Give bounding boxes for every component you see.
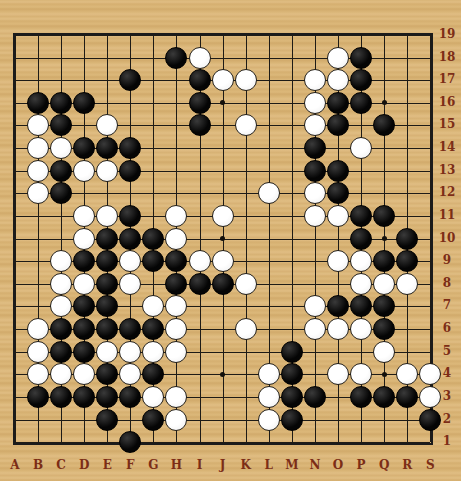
column-label-R: R [396, 458, 418, 472]
white-stone-B6 [27, 318, 49, 340]
column-label-A: A [4, 458, 26, 472]
white-stone-E13 [96, 160, 118, 182]
row-label-1: 1 [433, 434, 461, 448]
white-stone-B14 [27, 137, 49, 159]
white-stone-O17 [327, 69, 349, 91]
row-label-2: 2 [433, 412, 461, 426]
row-label-12: 12 [433, 185, 461, 199]
column-label-O: O [327, 458, 349, 472]
white-stone-B5 [27, 341, 49, 363]
white-stone-O9 [327, 250, 349, 272]
white-stone-I18 [189, 47, 211, 69]
white-stone-K17 [235, 69, 257, 91]
black-stone-H18 [165, 47, 187, 69]
white-stone-N11 [304, 205, 326, 227]
white-stone-J11 [212, 205, 234, 227]
white-stone-D11 [73, 205, 95, 227]
row-label-4: 4 [433, 366, 461, 380]
row-label-18: 18 [433, 50, 461, 64]
black-stone-P10 [350, 228, 372, 250]
star-point [382, 236, 387, 241]
black-stone-Q11 [373, 205, 395, 227]
white-stone-H2 [165, 409, 187, 431]
column-label-E: E [96, 458, 118, 472]
black-stone-B16 [27, 92, 49, 114]
white-stone-N16 [304, 92, 326, 114]
white-stone-E5 [96, 341, 118, 363]
row-label-3: 3 [433, 389, 461, 403]
column-label-H: H [165, 458, 187, 472]
black-stone-C16 [50, 92, 72, 114]
white-stone-K8 [235, 273, 257, 295]
white-stone-Q8 [373, 273, 395, 295]
white-stone-B13 [27, 160, 49, 182]
row-label-6: 6 [433, 321, 461, 335]
white-stone-O11 [327, 205, 349, 227]
white-stone-D10 [73, 228, 95, 250]
row-label-14: 14 [433, 140, 461, 154]
black-stone-P3 [350, 386, 372, 408]
row-label-10: 10 [433, 231, 461, 245]
black-stone-J8 [212, 273, 234, 295]
go-board[interactable]: ABCDEFGHIJKLMNOPQRS191817161514131211109… [0, 0, 461, 481]
black-stone-P11 [350, 205, 372, 227]
black-stone-O16 [327, 92, 349, 114]
black-stone-F10 [119, 228, 141, 250]
white-stone-Q5 [373, 341, 395, 363]
row-label-15: 15 [433, 117, 461, 131]
white-stone-F5 [119, 341, 141, 363]
white-stone-N17 [304, 69, 326, 91]
column-label-N: N [304, 458, 326, 472]
black-stone-I15 [189, 114, 211, 136]
white-stone-L2 [258, 409, 280, 431]
white-stone-G5 [142, 341, 164, 363]
black-stone-E2 [96, 409, 118, 431]
column-label-S: S [419, 458, 441, 472]
star-point [382, 372, 387, 377]
white-stone-O6 [327, 318, 349, 340]
black-stone-P16 [350, 92, 372, 114]
black-stone-I8 [189, 273, 211, 295]
black-stone-F1 [119, 431, 141, 453]
black-stone-M4 [281, 363, 303, 385]
row-label-11: 11 [433, 208, 461, 222]
white-stone-K15 [235, 114, 257, 136]
white-stone-D13 [73, 160, 95, 182]
black-stone-E10 [96, 228, 118, 250]
row-label-9: 9 [433, 253, 461, 267]
white-stone-C8 [50, 273, 72, 295]
white-stone-J9 [212, 250, 234, 272]
black-stone-I17 [189, 69, 211, 91]
column-label-J: J [212, 458, 234, 472]
star-point [382, 100, 387, 105]
black-stone-M3 [281, 386, 303, 408]
black-stone-E8 [96, 273, 118, 295]
white-stone-H10 [165, 228, 187, 250]
white-stone-D8 [73, 273, 95, 295]
column-label-D: D [73, 458, 95, 472]
white-stone-K6 [235, 318, 257, 340]
row-label-17: 17 [433, 72, 461, 86]
black-stone-C3 [50, 386, 72, 408]
black-stone-N3 [304, 386, 326, 408]
black-stone-R10 [396, 228, 418, 250]
column-label-G: G [142, 458, 164, 472]
black-stone-I16 [189, 92, 211, 114]
white-stone-P14 [350, 137, 372, 159]
column-label-M: M [281, 458, 303, 472]
column-label-P: P [350, 458, 372, 472]
black-stone-O13 [327, 160, 349, 182]
black-stone-G2 [142, 409, 164, 431]
black-stone-N13 [304, 160, 326, 182]
white-stone-I9 [189, 250, 211, 272]
column-label-B: B [27, 458, 49, 472]
black-stone-B3 [27, 386, 49, 408]
row-label-19: 19 [433, 27, 461, 41]
black-stone-M5 [281, 341, 303, 363]
row-label-8: 8 [433, 276, 461, 290]
column-label-L: L [258, 458, 280, 472]
row-label-13: 13 [433, 163, 461, 177]
black-stone-R3 [396, 386, 418, 408]
black-stone-G10 [142, 228, 164, 250]
black-stone-D3 [73, 386, 95, 408]
column-label-K: K [235, 458, 257, 472]
white-stone-L3 [258, 386, 280, 408]
black-stone-P18 [350, 47, 372, 69]
column-label-C: C [50, 458, 72, 472]
white-stone-P6 [350, 318, 372, 340]
white-stone-J17 [212, 69, 234, 91]
white-stone-L12 [258, 182, 280, 204]
black-stone-C5 [50, 341, 72, 363]
column-label-F: F [119, 458, 141, 472]
black-stone-N14 [304, 137, 326, 159]
black-stone-M2 [281, 409, 303, 431]
column-label-Q: Q [373, 458, 395, 472]
white-stone-N6 [304, 318, 326, 340]
black-stone-D5 [73, 341, 95, 363]
white-stone-P8 [350, 273, 372, 295]
star-point [220, 372, 225, 377]
white-stone-O18 [327, 47, 349, 69]
row-label-7: 7 [433, 298, 461, 312]
white-stone-R8 [396, 273, 418, 295]
black-stone-F13 [119, 160, 141, 182]
row-label-5: 5 [433, 344, 461, 358]
white-stone-C14 [50, 137, 72, 159]
black-stone-C13 [50, 160, 72, 182]
white-stone-F8 [119, 273, 141, 295]
column-label-I: I [189, 458, 211, 472]
row-label-16: 16 [433, 95, 461, 109]
black-stone-Q3 [373, 386, 395, 408]
black-stone-D16 [73, 92, 95, 114]
white-stone-L4 [258, 363, 280, 385]
